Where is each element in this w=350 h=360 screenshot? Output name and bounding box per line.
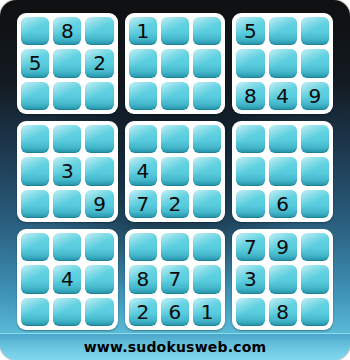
cell-r8c1[interactable] xyxy=(21,265,49,293)
cell-r3c5[interactable] xyxy=(161,82,189,110)
cell-r8c5: 7 xyxy=(161,265,189,293)
cell-r1c1[interactable] xyxy=(21,17,49,45)
cell-r6c7[interactable] xyxy=(236,190,264,218)
cell-r1c7: 5 xyxy=(236,17,264,45)
cell-r6c5: 2 xyxy=(161,190,189,218)
sudoku-box-r2c1: 39 xyxy=(17,121,118,222)
cell-r8c8[interactable] xyxy=(269,265,297,293)
cell-r1c3[interactable] xyxy=(85,17,113,45)
cell-r2c2[interactable] xyxy=(53,49,81,77)
sudoku-box-r3c3: 7938 xyxy=(232,229,333,330)
cell-r5c2: 3 xyxy=(53,157,81,185)
cell-r3c2[interactable] xyxy=(53,82,81,110)
cell-r7c2[interactable] xyxy=(53,233,81,261)
cell-r7c6[interactable] xyxy=(193,233,221,261)
cell-r4c1[interactable] xyxy=(21,125,49,153)
cell-r2c6[interactable] xyxy=(193,49,221,77)
cell-r7c7: 7 xyxy=(236,233,264,261)
cell-r7c4[interactable] xyxy=(129,233,157,261)
cell-r6c4: 7 xyxy=(129,190,157,218)
cell-r8c9[interactable] xyxy=(301,265,329,293)
cell-r5c9[interactable] xyxy=(301,157,329,185)
cell-r5c4: 4 xyxy=(129,157,157,185)
cell-r4c3[interactable] xyxy=(85,125,113,153)
footer-band: www.sudokusweb.com xyxy=(0,333,350,360)
sudoku-widget: 852158493947264872617938 www.sudokusweb.… xyxy=(0,0,350,360)
cell-r5c6[interactable] xyxy=(193,157,221,185)
cell-r6c9[interactable] xyxy=(301,190,329,218)
cell-r6c6[interactable] xyxy=(193,190,221,218)
cell-r5c3[interactable] xyxy=(85,157,113,185)
cell-r1c9[interactable] xyxy=(301,17,329,45)
cell-r2c5[interactable] xyxy=(161,49,189,77)
cell-r4c9[interactable] xyxy=(301,125,329,153)
cell-r9c2[interactable] xyxy=(53,298,81,326)
cell-r1c4: 1 xyxy=(129,17,157,45)
cell-r1c8[interactable] xyxy=(269,17,297,45)
cell-r9c3[interactable] xyxy=(85,298,113,326)
sudoku-box-r3c2: 87261 xyxy=(125,229,226,330)
sudoku-box-r1c3: 5849 xyxy=(232,13,333,114)
cell-r2c3: 2 xyxy=(85,49,113,77)
sudoku-box-r3c1: 4 xyxy=(17,229,118,330)
cell-r9c5: 6 xyxy=(161,298,189,326)
cell-r7c9[interactable] xyxy=(301,233,329,261)
cell-r9c8: 8 xyxy=(269,298,297,326)
cell-r1c2: 8 xyxy=(53,17,81,45)
cell-r3c4[interactable] xyxy=(129,82,157,110)
cell-r9c7[interactable] xyxy=(236,298,264,326)
cell-r9c1[interactable] xyxy=(21,298,49,326)
cell-r1c6[interactable] xyxy=(193,17,221,45)
cell-r2c9[interactable] xyxy=(301,49,329,77)
cell-r9c9[interactable] xyxy=(301,298,329,326)
cell-r6c3: 9 xyxy=(85,190,113,218)
cell-r6c8: 6 xyxy=(269,190,297,218)
cell-r9c6: 1 xyxy=(193,298,221,326)
cell-r8c4: 8 xyxy=(129,265,157,293)
cell-r4c4[interactable] xyxy=(129,125,157,153)
sudoku-box-r2c3: 6 xyxy=(232,121,333,222)
cell-r8c7: 3 xyxy=(236,265,264,293)
cell-r4c2[interactable] xyxy=(53,125,81,153)
sudoku-box-r1c1: 852 xyxy=(17,13,118,114)
sudoku-box-r2c2: 472 xyxy=(125,121,226,222)
cell-r4c8[interactable] xyxy=(269,125,297,153)
cell-r5c7[interactable] xyxy=(236,157,264,185)
cell-r2c1: 5 xyxy=(21,49,49,77)
cell-r2c8[interactable] xyxy=(269,49,297,77)
sudoku-box-r1c2: 1 xyxy=(125,13,226,114)
cell-r7c3[interactable] xyxy=(85,233,113,261)
cell-r3c3[interactable] xyxy=(85,82,113,110)
cell-r3c7: 8 xyxy=(236,82,264,110)
cell-r4c5[interactable] xyxy=(161,125,189,153)
website-link[interactable]: www.sudokusweb.com xyxy=(84,339,267,355)
sudoku-board: 852158493947264872617938 xyxy=(17,13,333,330)
cell-r3c1[interactable] xyxy=(21,82,49,110)
cell-r2c7[interactable] xyxy=(236,49,264,77)
cell-r6c1[interactable] xyxy=(21,190,49,218)
cell-r7c5[interactable] xyxy=(161,233,189,261)
cell-r8c3[interactable] xyxy=(85,265,113,293)
cell-r3c8: 4 xyxy=(269,82,297,110)
cell-r6c2[interactable] xyxy=(53,190,81,218)
cell-r9c4: 2 xyxy=(129,298,157,326)
cell-r3c9: 9 xyxy=(301,82,329,110)
cell-r1c5[interactable] xyxy=(161,17,189,45)
cell-r2c4[interactable] xyxy=(129,49,157,77)
cell-r4c6[interactable] xyxy=(193,125,221,153)
cell-r5c1[interactable] xyxy=(21,157,49,185)
cell-r7c8: 9 xyxy=(269,233,297,261)
cell-r3c6[interactable] xyxy=(193,82,221,110)
cell-r8c2: 4 xyxy=(53,265,81,293)
cell-r8c6[interactable] xyxy=(193,265,221,293)
cell-r7c1[interactable] xyxy=(21,233,49,261)
cell-r4c7[interactable] xyxy=(236,125,264,153)
cell-r5c8[interactable] xyxy=(269,157,297,185)
cell-r5c5[interactable] xyxy=(161,157,189,185)
